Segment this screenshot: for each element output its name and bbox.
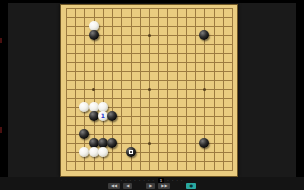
grid-line-vertical xyxy=(158,8,159,171)
grid-line-horizontal xyxy=(66,134,233,135)
grid-line-vertical xyxy=(177,8,178,171)
last-move-marker xyxy=(129,150,133,154)
go-board[interactable]: 1 xyxy=(60,4,238,177)
grid-line-vertical xyxy=(214,8,215,171)
black-stone xyxy=(126,147,136,157)
grid-line-horizontal xyxy=(66,98,233,99)
nav-last-button[interactable]: ▶▶ xyxy=(158,183,170,189)
top-letterbox-bar xyxy=(0,0,304,3)
star-point xyxy=(148,142,151,145)
white-stone xyxy=(98,147,108,157)
black-stone xyxy=(199,138,209,148)
black-stone xyxy=(89,30,99,40)
grid-line-vertical xyxy=(186,8,187,171)
white-stone xyxy=(79,102,89,112)
grid-line-horizontal xyxy=(66,125,233,126)
star-point xyxy=(148,34,151,37)
grid-line-horizontal xyxy=(66,170,233,171)
button-row: ◀◀ ◀ ▶ ▶▶ ● xyxy=(108,183,196,190)
bottom-toolbar: · · · · · · · · 1 · · · · ◀◀ ◀ ▶ ▶▶ ● xyxy=(0,177,304,190)
grid-line-vertical xyxy=(223,8,224,171)
grid-line-horizontal xyxy=(66,161,233,162)
edge-artifact xyxy=(0,127,2,133)
grid-line-vertical xyxy=(167,8,168,171)
nav-first-button[interactable]: ◀◀ xyxy=(108,183,120,189)
black-stone xyxy=(107,111,117,121)
black-stone xyxy=(79,129,89,139)
nav-prev-button[interactable]: ◀ xyxy=(123,183,132,189)
grid-line-vertical xyxy=(195,8,196,171)
black-stone xyxy=(107,138,117,148)
play-button[interactable]: ● xyxy=(186,183,196,189)
star-point xyxy=(148,88,151,91)
edge-artifact xyxy=(0,38,2,43)
black-stone xyxy=(199,30,209,40)
white-stone xyxy=(79,147,89,157)
star-point xyxy=(92,88,95,91)
star-point xyxy=(203,88,206,91)
grid-line-vertical xyxy=(232,8,233,171)
nav-next-button[interactable]: ▶ xyxy=(146,183,155,189)
